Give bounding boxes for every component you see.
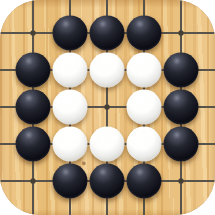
white-stone <box>127 90 162 125</box>
white-stone <box>127 53 162 88</box>
black-stone <box>127 16 162 51</box>
black-stone <box>53 16 88 51</box>
black-stone <box>127 164 162 199</box>
star-point <box>105 105 110 110</box>
black-stone <box>164 127 199 162</box>
black-stone <box>16 53 51 88</box>
star-point <box>179 179 184 184</box>
black-stone <box>16 127 51 162</box>
white-stone <box>53 90 88 125</box>
star-point <box>31 179 36 184</box>
white-stone <box>53 127 88 162</box>
star-point <box>179 31 184 36</box>
white-stone <box>90 53 125 88</box>
white-stone <box>90 127 125 162</box>
go-board-icon[interactable] <box>0 0 215 215</box>
black-stone <box>164 90 199 125</box>
black-stone <box>53 164 88 199</box>
black-stone <box>164 53 199 88</box>
board-surface <box>0 0 215 215</box>
black-stone <box>16 90 51 125</box>
white-stone <box>127 127 162 162</box>
white-stone <box>53 53 88 88</box>
star-point <box>31 31 36 36</box>
black-stone <box>90 164 125 199</box>
black-stone <box>90 16 125 51</box>
